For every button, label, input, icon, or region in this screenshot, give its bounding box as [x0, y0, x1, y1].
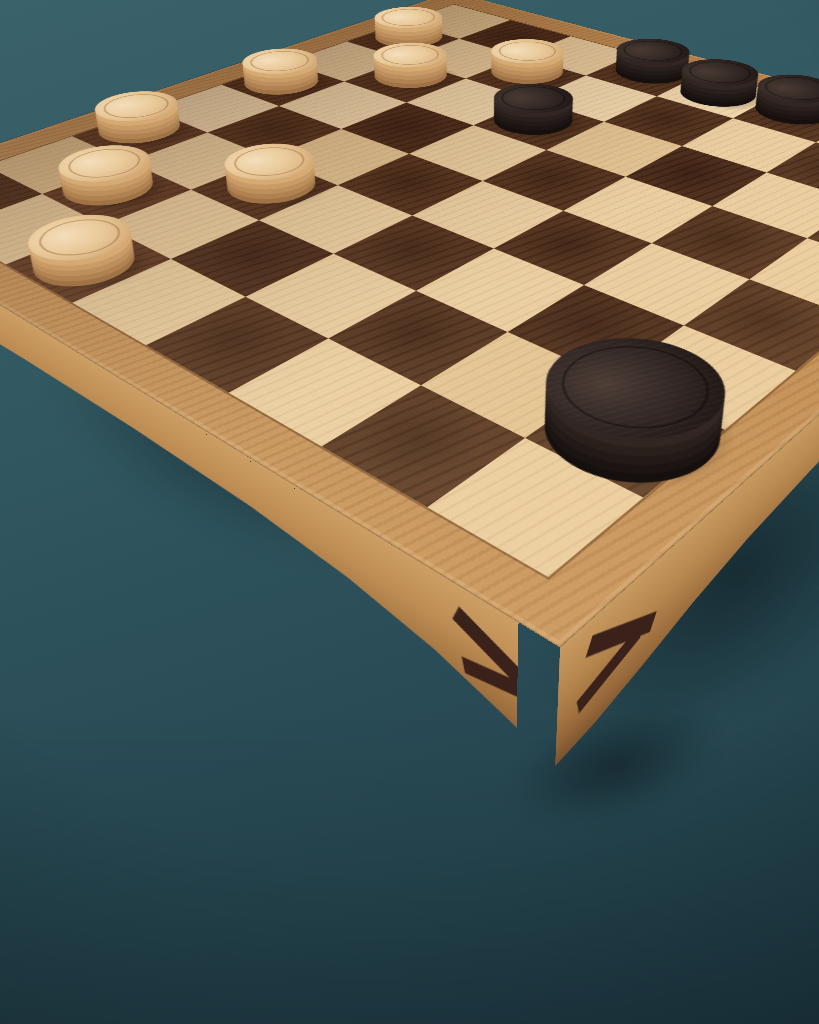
checker-dark[interactable] — [665, 78, 769, 117]
chevron-inlay-icon — [577, 626, 641, 714]
pieces-layer — [0, 5, 819, 577]
checker-light[interactable] — [15, 235, 155, 301]
checker-dark[interactable] — [478, 103, 588, 146]
chevron-inlay-icon — [462, 656, 537, 705]
checker-dark-large[interactable] — [509, 369, 752, 516]
checker-light[interactable] — [360, 61, 462, 97]
perspective-viewport — [0, 0, 819, 1024]
checker-light[interactable] — [230, 67, 334, 104]
checkers-board — [0, 0, 819, 648]
board-frame — [0, 0, 819, 648]
photo-scene — [0, 0, 819, 1024]
chevron-inlay-icon — [586, 611, 657, 658]
